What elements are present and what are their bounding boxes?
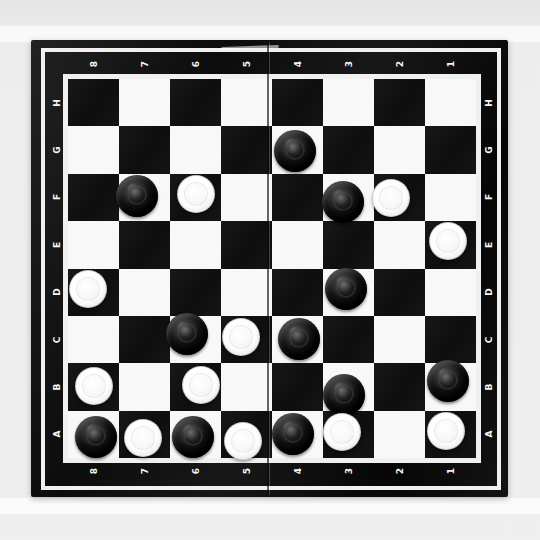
board-cell-b7[interactable] — [119, 363, 170, 410]
piece-top-knob — [86, 426, 106, 446]
chessboard: 8765432187654321HGFEDCBAHGFEDCBA — [31, 40, 508, 497]
chess-piece-black-g4[interactable] — [274, 130, 316, 172]
piece-top-knob — [76, 277, 100, 301]
board-cell-c8[interactable] — [68, 316, 119, 363]
chess-piece-white-b6[interactable] — [182, 366, 220, 404]
piece-top-knob — [434, 419, 458, 443]
chess-piece-white-b8[interactable] — [75, 367, 113, 405]
board-cell-h4[interactable] — [272, 79, 323, 126]
chess-piece-black-a6[interactable] — [172, 416, 214, 458]
board-cell-b5[interactable] — [221, 363, 272, 410]
board-cell-g1[interactable] — [425, 126, 476, 173]
file-label-right-A: A — [485, 431, 494, 438]
chess-piece-white-a5[interactable] — [224, 422, 262, 460]
rank-label-bottom-8: 8 — [89, 468, 98, 474]
board-cell-f8[interactable] — [68, 174, 119, 221]
rank-label-bottom-1: 1 — [446, 468, 455, 474]
piece-top-knob — [283, 423, 303, 443]
file-label-right-D: D — [485, 288, 494, 295]
file-label-right-E: E — [485, 242, 494, 248]
file-label-left-B: B — [53, 384, 62, 391]
board-cell-c7[interactable] — [119, 316, 170, 363]
rank-label-top-5: 5 — [242, 61, 251, 67]
rank-label-top-3: 3 — [344, 61, 353, 67]
board-cell-c2[interactable] — [374, 316, 425, 363]
board-cell-e3[interactable] — [323, 221, 374, 268]
board-cell-h5[interactable] — [221, 79, 272, 126]
file-label-left-G: G — [53, 146, 62, 153]
piece-top-knob — [183, 426, 203, 446]
board-cell-c1[interactable] — [425, 316, 476, 363]
rank-label-bottom-6: 6 — [191, 468, 200, 474]
rank-label-top-1: 1 — [446, 61, 455, 67]
rank-label-bottom-7: 7 — [140, 468, 149, 474]
chess-piece-white-c5[interactable] — [222, 318, 260, 356]
rank-label-bottom-5: 5 — [242, 468, 251, 474]
board-cell-h7[interactable] — [119, 79, 170, 126]
piece-top-knob — [177, 323, 197, 343]
chess-piece-black-d3[interactable] — [325, 268, 367, 310]
piece-top-knob — [334, 384, 354, 404]
board-cell-e5[interactable] — [221, 221, 272, 268]
board-cell-f4[interactable] — [272, 174, 323, 221]
background-highlight-bottom — [0, 498, 540, 514]
chess-piece-black-b1[interactable] — [427, 360, 469, 402]
rank-label-top-2: 2 — [395, 61, 404, 67]
piece-top-knob — [333, 191, 353, 211]
piece-top-knob — [231, 429, 255, 453]
file-label-left-A: A — [53, 431, 62, 438]
board-cell-d1[interactable] — [425, 269, 476, 316]
board-cell-h8[interactable] — [68, 79, 119, 126]
rank-label-bottom-3: 3 — [344, 468, 353, 474]
board-cell-g8[interactable] — [68, 126, 119, 173]
board-cell-g3[interactable] — [323, 126, 374, 173]
chess-piece-black-f3[interactable] — [322, 181, 364, 223]
chess-piece-black-b3[interactable] — [323, 374, 365, 416]
rank-label-top-7: 7 — [140, 61, 149, 67]
board-cell-h6[interactable] — [170, 79, 221, 126]
piece-top-knob — [289, 328, 309, 348]
piece-top-knob — [184, 182, 208, 206]
rank-label-top-8: 8 — [89, 61, 98, 67]
chess-piece-white-a3[interactable] — [323, 413, 361, 451]
board-cell-f5[interactable] — [221, 174, 272, 221]
piece-top-knob — [336, 278, 356, 298]
chess-piece-black-c4[interactable] — [278, 318, 320, 360]
piece-top-knob — [285, 140, 305, 160]
chess-piece-white-d8[interactable] — [69, 270, 107, 308]
file-label-right-H: H — [485, 99, 494, 107]
board-cell-g5[interactable] — [221, 126, 272, 173]
piece-top-knob — [330, 420, 354, 444]
file-label-right-B: B — [485, 384, 494, 391]
file-label-right-G: G — [485, 146, 494, 153]
rank-label-top-4: 4 — [293, 61, 302, 67]
board-cell-e6[interactable] — [170, 221, 221, 268]
glare-scuff — [221, 45, 279, 50]
piece-top-knob — [82, 374, 106, 398]
chess-piece-black-f7[interactable] — [116, 175, 158, 217]
file-label-left-C: C — [53, 336, 62, 343]
board-cell-c3[interactable] — [323, 316, 374, 363]
chess-piece-black-c6[interactable] — [166, 313, 208, 355]
file-label-right-C: C — [485, 336, 494, 343]
board-grid — [68, 79, 476, 458]
board-cell-g6[interactable] — [170, 126, 221, 173]
piece-top-knob — [229, 325, 253, 349]
board-cell-d5[interactable] — [221, 269, 272, 316]
file-label-right-F: F — [485, 194, 494, 200]
file-label-left-D: D — [53, 288, 62, 295]
rank-label-top-6: 6 — [191, 61, 200, 67]
board-cell-b2[interactable] — [374, 363, 425, 410]
photo-background: 8765432187654321HGFEDCBAHGFEDCBA — [0, 0, 540, 540]
board-cell-b4[interactable] — [272, 363, 323, 410]
board-cell-d7[interactable] — [119, 269, 170, 316]
piece-top-knob — [127, 185, 147, 205]
board-cell-d4[interactable] — [272, 269, 323, 316]
rank-label-bottom-2: 2 — [395, 468, 404, 474]
board-cell-a2[interactable] — [374, 411, 425, 458]
board-cell-d6[interactable] — [170, 269, 221, 316]
file-label-left-E: E — [53, 242, 62, 248]
board-cell-e2[interactable] — [374, 221, 425, 268]
chess-piece-white-a1[interactable] — [427, 412, 465, 450]
chess-piece-white-a7[interactable] — [124, 419, 162, 457]
chess-piece-white-f6[interactable] — [177, 175, 215, 213]
board-cell-e8[interactable] — [68, 221, 119, 268]
rank-label-bottom-4: 4 — [293, 468, 302, 474]
board-cell-g2[interactable] — [374, 126, 425, 173]
chess-piece-black-a8[interactable] — [75, 416, 117, 458]
chess-piece-black-a4[interactable] — [272, 413, 314, 455]
piece-top-knob — [438, 370, 458, 390]
board-cell-h1[interactable] — [425, 79, 476, 126]
board-cell-g7[interactable] — [119, 126, 170, 173]
board-cell-h3[interactable] — [323, 79, 374, 126]
board-cell-f1[interactable] — [425, 174, 476, 221]
piece-top-knob — [189, 373, 213, 397]
board-cell-d2[interactable] — [374, 269, 425, 316]
piece-top-knob — [436, 229, 460, 253]
board-cell-h2[interactable] — [374, 79, 425, 126]
board-cell-e7[interactable] — [119, 221, 170, 268]
chess-piece-white-f2[interactable] — [372, 179, 410, 217]
file-label-left-H: H — [53, 99, 62, 107]
board-cell-e4[interactable] — [272, 221, 323, 268]
piece-top-knob — [131, 426, 155, 450]
file-label-left-F: F — [53, 194, 62, 200]
piece-top-knob — [379, 186, 403, 210]
chess-piece-white-e1[interactable] — [429, 222, 467, 260]
